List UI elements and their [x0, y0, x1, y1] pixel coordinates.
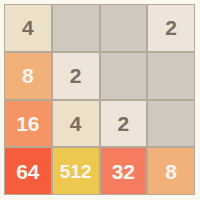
empty-cell-r2c3	[101, 53, 147, 99]
game-board-2048[interactable]: 4282164264512328	[4, 4, 195, 195]
page-background: { "game": "2048", "position": { "rows": …	[0, 0, 200, 200]
tile-16-r3c1: 16	[5, 101, 51, 147]
tile-32-r4c3: 32	[101, 148, 147, 194]
tile-512-r4c2: 512	[53, 148, 99, 194]
tile-4-r1c1: 4	[5, 5, 51, 51]
tile-2-r1c4: 2	[148, 5, 194, 51]
tile-4-r3c2: 4	[53, 101, 99, 147]
empty-cell-r3c4	[148, 101, 194, 147]
empty-cell-r2c4	[148, 53, 194, 99]
empty-cell-r1c2	[53, 5, 99, 51]
empty-cell-r1c3	[101, 5, 147, 51]
tile-64-r4c1: 64	[5, 148, 51, 194]
tile-8-r2c1: 8	[5, 53, 51, 99]
tile-2-r3c3: 2	[101, 101, 147, 147]
tile-8-r4c4: 8	[148, 148, 194, 194]
tile-2-r2c2: 2	[53, 53, 99, 99]
